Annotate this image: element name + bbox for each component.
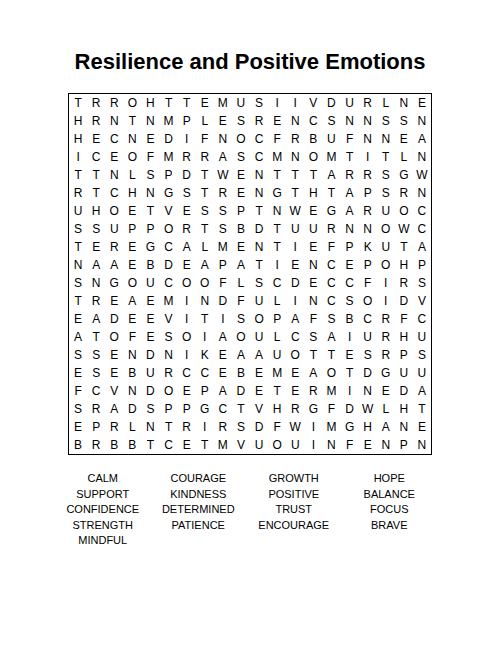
grid-cell: T [196, 436, 214, 454]
grid-cell: T [413, 400, 431, 418]
grid-cell: E [105, 346, 123, 364]
grid-cell: B [69, 436, 87, 454]
grid-cell: E [250, 364, 268, 382]
grid-cell: D [250, 220, 268, 238]
grid-cell: T [268, 382, 286, 400]
grid-cell: G [395, 166, 413, 184]
grid-cell: E [214, 346, 232, 364]
grid-cell: O [123, 94, 141, 112]
grid-cell: C [196, 364, 214, 382]
grid-cell: O [286, 346, 304, 364]
grid-cell: P [413, 256, 431, 274]
grid-cell: P [123, 220, 141, 238]
grid-cell: W [413, 166, 431, 184]
grid-cell: T [123, 112, 141, 130]
grid-cell: M [322, 148, 340, 166]
grid-cell: S [377, 166, 395, 184]
grid-cell: B [123, 436, 141, 454]
grid-cell: O [123, 274, 141, 292]
grid-cell: A [123, 292, 141, 310]
grid-cell: O [232, 328, 250, 346]
grid-cell: R [178, 148, 196, 166]
grid-cell: W [286, 418, 304, 436]
grid-cell: E [105, 292, 123, 310]
word-list-item: HOPE [342, 471, 438, 487]
grid-cell: E [87, 130, 105, 148]
grid-cell: P [196, 382, 214, 400]
grid-cell: T [250, 256, 268, 274]
grid-cell: N [413, 148, 431, 166]
grid-cell: E [196, 94, 214, 112]
grid-cell: C [87, 382, 105, 400]
grid-cell: V [232, 436, 250, 454]
grid-cell: N [341, 112, 359, 130]
grid-cell: N [304, 292, 322, 310]
grid-cell: I [304, 436, 322, 454]
grid-cell: E [141, 310, 159, 328]
grid-cell: S [413, 346, 431, 364]
grid-cell: G [322, 202, 340, 220]
grid-cell: T [87, 184, 105, 202]
grid-cell: D [160, 256, 178, 274]
grid-cell: H [141, 94, 159, 112]
grid-cell: F [395, 310, 413, 328]
grid-cell: W [214, 166, 232, 184]
grid-cell: B [304, 130, 322, 148]
grid-cell: N [196, 292, 214, 310]
grid-cell: U [359, 328, 377, 346]
grid-cell: S [377, 112, 395, 130]
grid-cell: N [377, 130, 395, 148]
grid-cell: C [214, 400, 232, 418]
grid-cell: U [413, 328, 431, 346]
grid-cell: T [268, 166, 286, 184]
grid-cell: S [69, 346, 87, 364]
grid-cell: R [359, 166, 377, 184]
grid-cell: S [196, 202, 214, 220]
grid-cell: E [250, 382, 268, 400]
grid-cell: H [268, 400, 286, 418]
word-list-item: POSITIVE [246, 487, 342, 503]
grid-cell: R [87, 292, 105, 310]
grid-cell: L [268, 328, 286, 346]
grid-cell: O [268, 436, 286, 454]
word-list-column: CALMSUPPORTCONFIDENCESTRENGTHMINDFUL [55, 471, 151, 549]
grid-cell: U [232, 94, 250, 112]
grid-cell: E [286, 256, 304, 274]
grid-cell: I [341, 328, 359, 346]
grid-cell: C [413, 202, 431, 220]
grid-cell: M [268, 148, 286, 166]
grid-cell: I [286, 238, 304, 256]
grid-cell: R [178, 418, 196, 436]
grid-cell: O [123, 148, 141, 166]
grid-cell: D [141, 382, 159, 400]
grid-cell: E [413, 94, 431, 112]
grid-cell: N [214, 130, 232, 148]
grid-cell: V [105, 382, 123, 400]
grid-cell: N [123, 130, 141, 148]
grid-cell: T [286, 166, 304, 184]
grid-cell: I [214, 310, 232, 328]
grid-cell: A [322, 328, 340, 346]
grid-cell: U [377, 238, 395, 256]
grid-cell: S [160, 328, 178, 346]
grid-cell: R [395, 184, 413, 202]
grid-cell: H [359, 418, 377, 436]
grid-cell: F [123, 328, 141, 346]
grid-cell: D [178, 166, 196, 184]
grid-cell: B [123, 364, 141, 382]
grid-cell: R [69, 184, 87, 202]
grid-cell: R [196, 148, 214, 166]
word-list-column: COURAGEKINDNESSDETERMINEDPATIENCE [151, 471, 247, 549]
grid-cell: F [214, 274, 232, 292]
grid-cell: I [196, 418, 214, 436]
grid-cell: C [160, 436, 178, 454]
grid-cell: F [69, 382, 87, 400]
grid-cell: V [250, 400, 268, 418]
grid-cell: O [250, 310, 268, 328]
grid-cell: E [123, 310, 141, 328]
grid-cell: C [322, 256, 340, 274]
grid-cell: F [359, 274, 377, 292]
grid-cell: R [214, 418, 232, 436]
grid-cell: S [178, 184, 196, 202]
grid-cell: D [359, 364, 377, 382]
grid-cell: R [214, 184, 232, 202]
grid-cell: I [377, 274, 395, 292]
grid-cell: B [105, 436, 123, 454]
grid-cell: E [69, 364, 87, 382]
grid-cell: E [87, 238, 105, 256]
grid-cell: E [141, 292, 159, 310]
grid-cell: S [322, 310, 340, 328]
grid-cell: R [178, 220, 196, 238]
grid-cell: L [232, 274, 250, 292]
grid-cell: C [413, 310, 431, 328]
grid-cell: A [214, 328, 232, 346]
grid-cell: U [141, 364, 159, 382]
word-list-item: BALANCE [342, 487, 438, 503]
grid-cell: C [304, 112, 322, 130]
grid-cell: G [141, 238, 159, 256]
grid-cell: S [87, 220, 105, 238]
grid-cell: R [359, 94, 377, 112]
grid-cell: E [304, 202, 322, 220]
grid-cell: C [87, 148, 105, 166]
grid-cell: T [87, 166, 105, 184]
grid-cell: N [413, 184, 431, 202]
grid-cell: U [250, 436, 268, 454]
grid-cell: T [268, 220, 286, 238]
grid-cell: R [87, 400, 105, 418]
grid-cell: H [304, 184, 322, 202]
grid-cell: U [286, 220, 304, 238]
grid-cell: S [69, 400, 87, 418]
grid-cell: A [250, 346, 268, 364]
grid-cell: O [160, 382, 178, 400]
grid-cell: M [160, 292, 178, 310]
grid-cell: L [123, 166, 141, 184]
grid-cell: L [268, 292, 286, 310]
grid-cell: R [87, 436, 105, 454]
grid-cell: M [160, 112, 178, 130]
grid-cell: S [304, 328, 322, 346]
grid-cell: N [268, 202, 286, 220]
grid-cell: T [395, 238, 413, 256]
grid-cell: T [160, 94, 178, 112]
grid-cell: S [232, 418, 250, 436]
grid-cell: R [377, 346, 395, 364]
grid-cell: I [196, 328, 214, 346]
grid-cell: N [123, 346, 141, 364]
grid-cell: A [178, 238, 196, 256]
grid-cell: U [286, 436, 304, 454]
grid-cell: I [286, 94, 304, 112]
grid-cell: M [160, 148, 178, 166]
grid-cell: T [341, 148, 359, 166]
grid-cell: U [250, 328, 268, 346]
grid-cell: S [69, 220, 87, 238]
grid-cell: E [178, 256, 196, 274]
grid-cell: G [268, 184, 286, 202]
grid-cell: N [377, 436, 395, 454]
word-list-item: BRAVE [342, 518, 438, 534]
grid-cell: R [160, 364, 178, 382]
grid-cell: S [232, 310, 250, 328]
grid-cell: V [304, 94, 322, 112]
grid-cell: T [178, 94, 196, 112]
grid-cell: E [105, 364, 123, 382]
grid-cell: T [286, 184, 304, 202]
grid-cell: P [178, 400, 196, 418]
grid-cell: D [286, 274, 304, 292]
grid-cell: H [395, 328, 413, 346]
grid-cell: A [214, 148, 232, 166]
grid-cell: T [196, 220, 214, 238]
word-list-column: GROWTHPOSITIVETRUSTENCOURAGE [246, 471, 342, 549]
grid-cell: T [322, 346, 340, 364]
grid-cell: N [413, 436, 431, 454]
grid-cell: E [286, 382, 304, 400]
word-list-item: KINDNESS [151, 487, 247, 503]
grid-cell: E [304, 274, 322, 292]
grid-cell: R [105, 238, 123, 256]
grid-cell: E [123, 256, 141, 274]
grid-cell: E [141, 130, 159, 148]
grid-cell: M [214, 238, 232, 256]
grid-cell: R [304, 382, 322, 400]
grid-cell: R [359, 202, 377, 220]
grid-cell: P [359, 256, 377, 274]
grid-cell: E [377, 382, 395, 400]
grid-cell: F [322, 238, 340, 256]
grid-cell: P [268, 310, 286, 328]
word-list-column: HOPEBALANCEFOCUSBRAVE [342, 471, 438, 549]
grid-cell: P [359, 184, 377, 202]
grid-cell: I [359, 148, 377, 166]
grid-cell: T [87, 328, 105, 346]
grid-cell: L [123, 418, 141, 436]
grid-cell: M [214, 94, 232, 112]
grid-cell: L [377, 94, 395, 112]
grid-cell: M [322, 418, 340, 436]
grid-cell: D [322, 94, 340, 112]
grid-cell: N [250, 238, 268, 256]
grid-cell: D [341, 400, 359, 418]
grid-cell: T [69, 238, 87, 256]
grid-cell: N [286, 148, 304, 166]
grid-cell: I [341, 382, 359, 400]
grid-cell: P [160, 166, 178, 184]
grid-cell: E [123, 202, 141, 220]
word-list: CALMSUPPORTCONFIDENCESTRENGTHMINDFULCOUR… [55, 471, 437, 549]
grid-cell: T [377, 148, 395, 166]
grid-cell: N [123, 382, 141, 400]
grid-cell: E [214, 364, 232, 382]
grid-cell: T [304, 166, 322, 184]
grid-cell: S [87, 364, 105, 382]
grid-cell: I [268, 256, 286, 274]
grid-cell: P [178, 112, 196, 130]
grid-cell: E [105, 148, 123, 166]
grid-cell: T [196, 166, 214, 184]
grid-cell: T [69, 166, 87, 184]
grid-cell: N [286, 112, 304, 130]
grid-cell: A [286, 310, 304, 328]
grid-cell: I [178, 292, 196, 310]
grid-cell: H [69, 130, 87, 148]
grid-cell: N [141, 418, 159, 436]
grid-cell: E [359, 436, 377, 454]
grid-cell: G [304, 400, 322, 418]
grid-cell: R [87, 94, 105, 112]
grid-cell: B [232, 220, 250, 238]
grid-cell: O [232, 130, 250, 148]
grid-cell: U [341, 94, 359, 112]
grid-cell: R [105, 418, 123, 436]
grid-cell: S [250, 94, 268, 112]
grid-cell: N [160, 346, 178, 364]
grid-cell: P [214, 256, 232, 274]
grid-cell: S [69, 274, 87, 292]
word-list-item: PATIENCE [151, 518, 247, 534]
word-list-item: FOCUS [342, 502, 438, 518]
word-list-item: STRENGTH [55, 518, 151, 534]
grid-cell: D [395, 382, 413, 400]
grid-cell: E [178, 202, 196, 220]
grid-cell: U [105, 220, 123, 238]
grid-cell: N [69, 256, 87, 274]
grid-cell: T [160, 418, 178, 436]
grid-cell: A [304, 364, 322, 382]
grid-cell: F [341, 130, 359, 148]
grid-cell: D [160, 130, 178, 148]
grid-cell: H [87, 202, 105, 220]
grid-cell: T [69, 94, 87, 112]
grid-cell: U [141, 274, 159, 292]
grid-cell: O [304, 148, 322, 166]
grid-cell: I [69, 148, 87, 166]
grid-cell: B [232, 364, 250, 382]
word-list-item: TRUST [246, 502, 342, 518]
grid-cell: E [268, 112, 286, 130]
grid-cell: T [268, 238, 286, 256]
grid-cell: E [341, 346, 359, 364]
grid-cell: A [105, 256, 123, 274]
grid-cell: L [196, 238, 214, 256]
grid-cell: R [105, 94, 123, 112]
grid-cell: O [178, 274, 196, 292]
grid-cell: O [359, 292, 377, 310]
grid-cell: N [341, 220, 359, 238]
grid-cell: F [141, 148, 159, 166]
grid-cell: N [359, 112, 377, 130]
grid-cell: E [413, 418, 431, 436]
grid-cell: I [268, 94, 286, 112]
grid-cell: E [286, 364, 304, 382]
grid-cell: S [232, 112, 250, 130]
grid-cell: S [87, 346, 105, 364]
grid-cell: R [250, 112, 268, 130]
grid-cell: T [304, 346, 322, 364]
grid-cell: R [377, 310, 395, 328]
grid-cell: N [395, 94, 413, 112]
grid-cell: W [395, 220, 413, 238]
grid-cell: A [69, 328, 87, 346]
grid-cell: S [377, 184, 395, 202]
grid-cell: B [341, 310, 359, 328]
grid-cell: T [341, 364, 359, 382]
grid-cell: U [268, 346, 286, 364]
grid-cell: H [395, 400, 413, 418]
grid-cell: C [322, 274, 340, 292]
grid-cell: K [196, 346, 214, 364]
grid-cell: C [160, 274, 178, 292]
grid-cell: O [105, 328, 123, 346]
grid-cell: H [69, 112, 87, 130]
grid-cell: P [232, 202, 250, 220]
grid-cell: R [395, 274, 413, 292]
grid-cell: N [322, 436, 340, 454]
grid-cell: H [123, 184, 141, 202]
grid-cell: N [105, 166, 123, 184]
grid-cell: M [322, 382, 340, 400]
grid-cell: S [232, 148, 250, 166]
grid-cell: C [105, 184, 123, 202]
grid-cell: V [413, 292, 431, 310]
grid-cell: N [395, 418, 413, 436]
grid-cell: C [341, 274, 359, 292]
grid-cell: I [286, 292, 304, 310]
grid-cell: U [304, 220, 322, 238]
grid-cell: R [286, 130, 304, 148]
grid-cell: O [160, 220, 178, 238]
grid-cell: S [395, 112, 413, 130]
grid-cell: C [359, 310, 377, 328]
grid-cell: U [377, 202, 395, 220]
grid-cell: R [322, 220, 340, 238]
grid-cell: A [377, 418, 395, 436]
grid-cell: D [141, 346, 159, 364]
grid-cell: N [87, 274, 105, 292]
grid-cell: S [214, 202, 232, 220]
word-list-item: CONFIDENCE [55, 502, 151, 518]
grid-cell: C [413, 220, 431, 238]
grid-cell: C [178, 364, 196, 382]
grid-cell: N [105, 112, 123, 130]
